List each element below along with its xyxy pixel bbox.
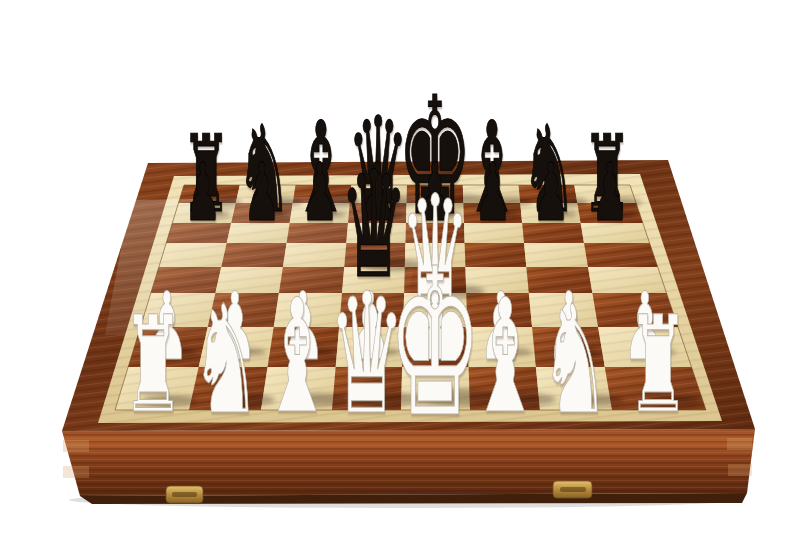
square-grain-g6 (522, 223, 584, 243)
square-grain-g7 (520, 203, 580, 223)
square-grain-h2 (598, 327, 691, 367)
finger-joint (727, 438, 752, 450)
square-grain-f2 (467, 327, 536, 367)
square-grain-c1 (261, 367, 336, 410)
square-grain-f3 (466, 293, 532, 327)
square-grain-h3 (592, 293, 678, 327)
square-grain-h7 (577, 203, 643, 223)
square-grain-d2 (336, 327, 404, 367)
square-grain-g8 (519, 185, 578, 203)
chess-set-product-photo: ♜♞♝♛♚♝♞♜♟♟♟♟♟♟♟♟♛♛♟♟♟♟♟♟♟♟♜♞♝♛♚♝♞♜ (0, 0, 800, 533)
square-grain-h4 (588, 267, 666, 293)
square-grain-h5 (584, 243, 658, 267)
finger-joint (728, 464, 752, 476)
square-grain-f4 (465, 267, 528, 293)
square-grain-f8 (463, 185, 520, 203)
square-grain-e2 (402, 327, 468, 367)
square-grain-h1 (605, 367, 706, 410)
finger-joint (63, 466, 89, 478)
square-grain-g2 (532, 327, 605, 367)
square-grain-f6 (464, 223, 524, 243)
square-grain-f5 (465, 243, 527, 267)
square-grain-g4 (526, 267, 592, 293)
square-grain-d1 (332, 367, 402, 410)
sun-glare (105, 195, 430, 335)
square-grain-e1 (401, 367, 470, 410)
square-grain-g3 (529, 293, 598, 327)
square-grain-f7 (463, 203, 522, 223)
brass-clasp-left-slot (172, 492, 197, 497)
square-grain-h6 (581, 223, 650, 243)
finger-joint (63, 440, 89, 452)
square-grain-g5 (524, 243, 588, 267)
square-grain-f1 (469, 367, 540, 410)
box-front-grain (62, 429, 755, 496)
square-grain-c2 (268, 327, 340, 367)
square-grain-g1 (536, 367, 612, 410)
square-grain-h8 (574, 185, 636, 203)
square-grain-e3 (403, 293, 467, 327)
square-grain-e4 (404, 267, 466, 293)
brass-clasp-right-slot (560, 487, 586, 492)
square-grain-a1 (115, 367, 199, 410)
board-and-box (0, 0, 800, 533)
square-grain-b1 (189, 367, 268, 410)
